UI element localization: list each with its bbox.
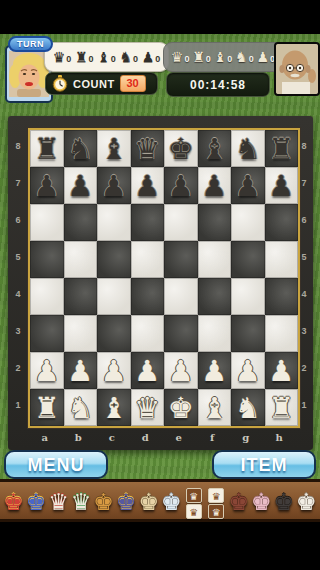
square-a2[interactable]: ♟ [30, 352, 64, 389]
file-label-a: a [28, 428, 62, 448]
player-avatar-right[interactable] [274, 42, 320, 96]
square-c6[interactable] [97, 204, 131, 241]
black-pawn: ♟ [198, 169, 232, 203]
square-c8[interactable]: ♝ [97, 130, 131, 167]
captured-count: 0 [88, 53, 93, 65]
square-e3[interactable] [164, 315, 198, 352]
square-e6[interactable] [164, 204, 198, 241]
square-g6[interactable] [231, 204, 265, 241]
square-b5[interactable] [64, 241, 98, 278]
square-c2[interactable]: ♟ [97, 352, 131, 389]
old-man-portrait-icon [276, 44, 318, 94]
turn-badge: TURN [8, 36, 53, 52]
square-h1[interactable]: ♜ [265, 389, 299, 426]
square-a4[interactable] [30, 278, 64, 315]
menu-button[interactable]: MENU [4, 450, 108, 479]
square-g3[interactable] [231, 315, 265, 352]
crown-tile-icon: ♛ [186, 488, 202, 503]
square-f5[interactable] [198, 241, 232, 278]
file-label-b: b [62, 428, 96, 448]
square-c7[interactable]: ♟ [97, 167, 131, 204]
classic-king-cream-icon: ♚ [138, 485, 159, 519]
skin-classic-king-white[interactable]: ♚ [296, 482, 317, 519]
black-rook: ♜ [30, 132, 64, 166]
square-e2[interactable]: ♟ [164, 352, 198, 389]
square-b8[interactable]: ♞ [64, 130, 98, 167]
square-d5[interactable] [131, 241, 165, 278]
rank-label-1: 1 [11, 387, 25, 424]
square-e8[interactable]: ♚ [164, 130, 198, 167]
rank-label-4: 4 [11, 276, 25, 313]
square-e4[interactable] [164, 278, 198, 315]
square-f4[interactable] [198, 278, 232, 315]
square-b6[interactable] [64, 204, 98, 241]
queen-icon: ♛ [53, 49, 66, 65]
square-f1[interactable]: ♝ [198, 389, 232, 426]
square-h4[interactable] [265, 278, 299, 315]
classic-king-silver-icon: ♚ [161, 485, 182, 519]
classic-king-black-icon: ♚ [274, 485, 295, 519]
square-c3[interactable] [97, 315, 131, 352]
crown-tile-icon: ♛ [186, 504, 202, 519]
rook-icon: ♜ [75, 49, 88, 65]
square-h2[interactable]: ♟ [265, 352, 299, 389]
woman-portrait-icon [9, 49, 49, 99]
count-label: COUNT [73, 78, 115, 90]
skin-helmet-king-navy[interactable]: ♚ [116, 482, 137, 519]
file-label-h: h [263, 428, 297, 448]
game-clock: 00:14:58 [166, 72, 270, 97]
square-h6[interactable] [265, 204, 299, 241]
clock-icon [52, 75, 68, 92]
skin-cat-queen-green[interactable]: ♛ [71, 482, 92, 519]
rank-label-3: 3 [297, 313, 311, 350]
classic-king-white-icon: ♚ [296, 485, 317, 519]
captured-count: 0 [206, 53, 211, 65]
square-b7[interactable]: ♟ [64, 167, 98, 204]
square-g4[interactable] [231, 278, 265, 315]
rank-labels-right: 87654321 [297, 128, 311, 424]
captured-knight: ♞0 [235, 49, 254, 65]
square-g8[interactable]: ♞ [231, 130, 265, 167]
white-pawn: ♟ [64, 354, 98, 388]
square-b1[interactable]: ♞ [64, 389, 98, 426]
skin-classic-king-pink[interactable]: ♚ [251, 482, 272, 519]
black-king: ♚ [164, 132, 198, 166]
white-knight: ♞ [231, 391, 265, 425]
bottom-bar [0, 522, 320, 570]
captured-queen: ♛0 [171, 49, 190, 65]
white-pawn: ♟ [131, 354, 165, 388]
square-d1[interactable]: ♛ [131, 389, 165, 426]
captured-knight: ♞0 [119, 49, 138, 65]
app-screen: TURN ♛0♜0♝0♞0♟0 ♛0♜0♝0♞0♟0 COUNT [0, 0, 320, 570]
captured-panel-left: ♛0♜0♝0♞0♟0 [44, 42, 169, 72]
square-b4[interactable] [64, 278, 98, 315]
black-bishop: ♝ [198, 132, 232, 166]
square-a1[interactable]: ♜ [30, 389, 64, 426]
rank-label-6: 6 [297, 202, 311, 239]
white-pawn: ♟ [97, 354, 131, 388]
white-pawn: ♟ [265, 354, 299, 388]
black-knight: ♞ [231, 132, 265, 166]
square-d4[interactable] [131, 278, 165, 315]
file-label-c: c [95, 428, 129, 448]
skin-classic-king-maroon[interactable]: ♚ [228, 482, 249, 519]
square-e7[interactable]: ♟ [164, 167, 198, 204]
captured-rook: ♜0 [192, 49, 211, 65]
item-button[interactable]: ITEM [212, 450, 316, 479]
square-f6[interactable] [198, 204, 232, 241]
captured-count: 0 [111, 53, 116, 65]
rank-label-5: 5 [11, 239, 25, 276]
square-h5[interactable] [265, 241, 299, 278]
rank-label-5: 5 [297, 239, 311, 276]
file-labels: abcdefgh [28, 428, 296, 448]
square-h8[interactable]: ♜ [265, 130, 299, 167]
captured-queen: ♛0 [53, 49, 72, 65]
skin-classic-king-silver[interactable]: ♚ [161, 482, 182, 519]
captured-count: 0 [133, 53, 138, 65]
rank-label-8: 8 [11, 128, 25, 165]
white-queen: ♛ [131, 391, 165, 425]
captured-bishop: ♝0 [214, 49, 233, 65]
square-a6[interactable] [30, 204, 64, 241]
chess-board: 87654321 ♜♞♝♛♚♝♞♜♟♟♟♟♟♟♟♟♟♟♟♟♟♟♟♟♜♞♝♛♚♝♞… [8, 116, 313, 450]
knight-icon: ♞ [119, 49, 132, 65]
pawn-icon: ♟ [142, 49, 155, 65]
square-d7[interactable]: ♟ [131, 167, 165, 204]
square-e1[interactable]: ♚ [164, 389, 198, 426]
square-f7[interactable]: ♟ [198, 167, 232, 204]
black-pawn: ♟ [231, 169, 265, 203]
white-rook: ♜ [30, 391, 64, 425]
black-pawn: ♟ [265, 169, 299, 203]
captured-pawn: ♟0 [142, 49, 161, 65]
square-d3[interactable] [131, 315, 165, 352]
queen-icon: ♛ [171, 49, 184, 65]
black-pawn: ♟ [131, 169, 165, 203]
square-d6[interactable] [131, 204, 165, 241]
white-rook: ♜ [265, 391, 299, 425]
square-h7[interactable]: ♟ [265, 167, 299, 204]
square-g2[interactable]: ♟ [231, 352, 265, 389]
square-c5[interactable] [97, 241, 131, 278]
board-grid: ♜♞♝♛♚♝♞♜♟♟♟♟♟♟♟♟♟♟♟♟♟♟♟♟♜♞♝♛♚♝♞♜ [28, 128, 300, 428]
rank-label-6: 6 [11, 202, 25, 239]
rank-label-4: 4 [297, 276, 311, 313]
move-count-pill: COUNT 30 [45, 72, 158, 95]
skin-royal-king-blue[interactable]: ♚ [26, 482, 47, 519]
white-pawn: ♟ [198, 354, 232, 388]
captured-count: 0 [155, 53, 160, 65]
cat-queen-red-icon: ♛ [48, 485, 69, 519]
pawn-icon: ♟ [257, 49, 270, 65]
bishop-icon: ♝ [214, 49, 227, 65]
captured-rook: ♜0 [75, 49, 94, 65]
rank-label-7: 7 [297, 165, 311, 202]
black-pawn: ♟ [64, 169, 98, 203]
square-g5[interactable] [231, 241, 265, 278]
captured-pawn: ♟0 [257, 49, 276, 65]
black-pawn: ♟ [164, 169, 198, 203]
skin-tile-crowns-white-top[interactable]: ♛♛ [206, 482, 227, 519]
black-rook: ♜ [265, 132, 299, 166]
square-f3[interactable] [198, 315, 232, 352]
black-queen: ♛ [131, 132, 165, 166]
cat-queen-green-icon: ♛ [71, 485, 92, 519]
helmet-king-orange-icon: ♚ [93, 485, 114, 519]
square-a3[interactable] [30, 315, 64, 352]
rank-label-3: 3 [11, 313, 25, 350]
file-label-e: e [162, 428, 196, 448]
black-pawn: ♟ [97, 169, 131, 203]
file-label-f: f [196, 428, 230, 448]
helmet-king-navy-icon: ♚ [116, 485, 137, 519]
square-g1[interactable]: ♞ [231, 389, 265, 426]
file-label-g: g [229, 428, 263, 448]
square-c1[interactable]: ♝ [97, 389, 131, 426]
rank-label-1: 1 [297, 387, 311, 424]
rank-label-7: 7 [11, 165, 25, 202]
skin-classic-king-black[interactable]: ♚ [273, 482, 294, 519]
square-f8[interactable]: ♝ [198, 130, 232, 167]
file-label-d: d [129, 428, 163, 448]
captured-count: 0 [227, 53, 232, 65]
square-a7[interactable]: ♟ [30, 167, 64, 204]
skin-tile-crowns-brown-top[interactable]: ♛♛ [183, 482, 204, 519]
square-h3[interactable] [265, 315, 299, 352]
skin-classic-king-cream[interactable]: ♚ [138, 482, 159, 519]
captured-count: 0 [184, 53, 189, 65]
square-d2[interactable]: ♟ [131, 352, 165, 389]
rank-label-8: 8 [297, 128, 311, 165]
white-pawn: ♟ [30, 354, 64, 388]
royal-king-red-icon: ♚ [3, 485, 24, 519]
clock-time: 00:14:58 [190, 78, 246, 92]
skin-helmet-king-orange[interactable]: ♚ [93, 482, 114, 519]
square-g7[interactable]: ♟ [231, 167, 265, 204]
black-pawn: ♟ [30, 169, 64, 203]
crown-tile-icon: ♛ [208, 504, 224, 519]
white-bishop: ♝ [198, 391, 232, 425]
square-b2[interactable]: ♟ [64, 352, 98, 389]
rank-label-2: 2 [297, 350, 311, 387]
white-king: ♚ [164, 391, 198, 425]
status-bar [0, 0, 320, 34]
rank-labels-left: 87654321 [11, 128, 25, 424]
square-c4[interactable] [97, 278, 131, 315]
bishop-icon: ♝ [97, 49, 110, 65]
square-d8[interactable]: ♛ [131, 130, 165, 167]
square-b3[interactable] [64, 315, 98, 352]
count-value: 30 [120, 75, 146, 92]
captured-bishop: ♝0 [97, 49, 116, 65]
square-a8[interactable]: ♜ [30, 130, 64, 167]
royal-king-blue-icon: ♚ [26, 485, 47, 519]
captured-count: 0 [249, 53, 254, 65]
rank-label-2: 2 [11, 350, 25, 387]
white-pawn: ♟ [164, 354, 198, 388]
white-knight: ♞ [64, 391, 98, 425]
square-a5[interactable] [30, 241, 64, 278]
piece-skin-tray: ♚♚♛♛♚♚♚♚♛♛♛♛♚♚♚♚ [0, 479, 320, 522]
square-f2[interactable]: ♟ [198, 352, 232, 389]
rook-icon: ♜ [192, 49, 205, 65]
crown-tile-icon: ♛ [208, 488, 224, 503]
square-e5[interactable] [164, 241, 198, 278]
knight-icon: ♞ [235, 49, 248, 65]
classic-king-maroon-icon: ♚ [229, 485, 250, 519]
captured-count: 0 [66, 53, 71, 65]
white-pawn: ♟ [231, 354, 265, 388]
classic-king-pink-icon: ♚ [251, 485, 272, 519]
captured-panel-right: ♛0♜0♝0♞0♟0 [163, 42, 283, 72]
skin-royal-king-red[interactable]: ♚ [3, 482, 24, 519]
black-knight: ♞ [64, 132, 98, 166]
black-bishop: ♝ [97, 132, 131, 166]
skin-cat-queen-red[interactable]: ♛ [48, 482, 69, 519]
white-bishop: ♝ [97, 391, 131, 425]
